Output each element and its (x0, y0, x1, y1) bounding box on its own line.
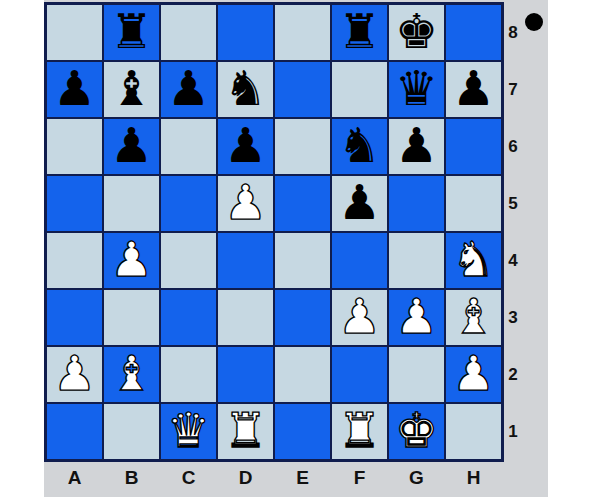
file-label-h: H (445, 464, 502, 492)
piece-black-pawn-a7[interactable]: ♟ (53, 64, 96, 112)
rank-label-6: 6 (504, 118, 522, 175)
piece-white-pawn-a2[interactable]: ♟ (53, 349, 96, 397)
rank-label-4: 4 (504, 232, 522, 289)
square-e6[interactable] (274, 118, 331, 175)
square-h2[interactable]: ♟ (445, 346, 502, 403)
file-label-c: C (160, 464, 217, 492)
square-a7[interactable]: ♟ (46, 61, 103, 118)
square-h5[interactable] (445, 175, 502, 232)
file-labels: A B C D E F G H (46, 464, 502, 492)
piece-black-pawn-d6[interactable]: ♟ (224, 121, 267, 169)
square-a8[interactable] (46, 4, 103, 61)
square-f3[interactable]: ♟ (331, 289, 388, 346)
piece-black-rook-b8[interactable]: ♜ (110, 7, 153, 55)
square-c7[interactable]: ♟ (160, 61, 217, 118)
square-g7[interactable]: ♛ (388, 61, 445, 118)
piece-white-pawn-g3[interactable]: ♟ (395, 292, 438, 340)
file-label-g: G (388, 464, 445, 492)
square-d8[interactable] (217, 4, 274, 61)
square-c4[interactable] (160, 232, 217, 289)
piece-black-pawn-g6[interactable]: ♟ (395, 121, 438, 169)
piece-black-knight-f6[interactable]: ♞ (338, 121, 381, 169)
square-a4[interactable] (46, 232, 103, 289)
square-d7[interactable]: ♞ (217, 61, 274, 118)
square-e8[interactable] (274, 4, 331, 61)
rank-label-3: 3 (504, 289, 522, 346)
square-c5[interactable] (160, 175, 217, 232)
rank-label-7: 7 (504, 61, 522, 118)
piece-white-queen-c1[interactable]: ♛ (167, 406, 210, 454)
piece-white-knight-h4[interactable]: ♞ (452, 235, 495, 283)
piece-black-pawn-h7[interactable]: ♟ (452, 64, 495, 112)
square-f2[interactable] (331, 346, 388, 403)
square-d2[interactable] (217, 346, 274, 403)
square-g2[interactable] (388, 346, 445, 403)
square-a6[interactable] (46, 118, 103, 175)
square-g8[interactable]: ♚ (388, 4, 445, 61)
file-label-b: B (103, 464, 160, 492)
rank-label-2: 2 (504, 346, 522, 403)
piece-white-rook-d1[interactable]: ♜ (224, 406, 267, 454)
file-label-e: E (274, 464, 331, 492)
square-c1[interactable]: ♛ (160, 403, 217, 460)
square-h4[interactable]: ♞ (445, 232, 502, 289)
piece-white-rook-f1[interactable]: ♜ (338, 406, 381, 454)
square-h8[interactable] (445, 4, 502, 61)
piece-black-bishop-b7[interactable]: ♝ (110, 64, 153, 112)
rank-label-8: 8 (504, 4, 522, 61)
square-c2[interactable] (160, 346, 217, 403)
square-e7[interactable] (274, 61, 331, 118)
square-d5[interactable]: ♟ (217, 175, 274, 232)
piece-black-pawn-c7[interactable]: ♟ (167, 64, 210, 112)
square-a3[interactable] (46, 289, 103, 346)
square-e5[interactable] (274, 175, 331, 232)
rank-label-5: 5 (504, 175, 522, 232)
square-h3[interactable]: ♝ (445, 289, 502, 346)
square-d6[interactable]: ♟ (217, 118, 274, 175)
black-to-move-indicator (525, 13, 543, 31)
piece-white-pawn-f3[interactable]: ♟ (338, 292, 381, 340)
square-g3[interactable]: ♟ (388, 289, 445, 346)
square-e3[interactable] (274, 289, 331, 346)
piece-white-bishop-h3[interactable]: ♝ (452, 292, 495, 340)
file-label-a: A (46, 464, 103, 492)
square-b3[interactable] (103, 289, 160, 346)
square-h6[interactable] (445, 118, 502, 175)
square-c6[interactable] (160, 118, 217, 175)
square-b1[interactable] (103, 403, 160, 460)
square-d3[interactable] (217, 289, 274, 346)
square-d4[interactable] (217, 232, 274, 289)
square-a2[interactable]: ♟ (46, 346, 103, 403)
square-c8[interactable] (160, 4, 217, 61)
square-f7[interactable] (331, 61, 388, 118)
piece-white-pawn-b4[interactable]: ♟ (110, 235, 153, 283)
square-g6[interactable]: ♟ (388, 118, 445, 175)
square-b4[interactable]: ♟ (103, 232, 160, 289)
square-g1[interactable]: ♚ (388, 403, 445, 460)
square-a5[interactable] (46, 175, 103, 232)
square-b8[interactable]: ♜ (103, 4, 160, 61)
square-b7[interactable]: ♝ (103, 61, 160, 118)
square-f8[interactable]: ♜ (331, 4, 388, 61)
chess-board: ♜♜♚♟♝♟♞♛♟♟♟♞♟♟♟♟♞♟♟♝♟♝♟♛♜♜♚ (44, 2, 504, 462)
piece-white-pawn-d5[interactable]: ♟ (224, 178, 267, 226)
square-f6[interactable]: ♞ (331, 118, 388, 175)
piece-white-bishop-b2[interactable]: ♝ (110, 349, 153, 397)
piece-white-king-g1[interactable]: ♚ (395, 406, 438, 454)
square-g4[interactable] (388, 232, 445, 289)
square-e2[interactable] (274, 346, 331, 403)
square-a1[interactable] (46, 403, 103, 460)
square-b2[interactable]: ♝ (103, 346, 160, 403)
file-label-f: F (331, 464, 388, 492)
square-d1[interactable]: ♜ (217, 403, 274, 460)
square-e1[interactable] (274, 403, 331, 460)
square-f4[interactable] (331, 232, 388, 289)
square-b5[interactable] (103, 175, 160, 232)
square-h1[interactable] (445, 403, 502, 460)
file-label-d: D (217, 464, 274, 492)
square-f5[interactable]: ♟ (331, 175, 388, 232)
square-c3[interactable] (160, 289, 217, 346)
square-g5[interactable] (388, 175, 445, 232)
square-h7[interactable]: ♟ (445, 61, 502, 118)
piece-black-knight-d7[interactable]: ♞ (224, 64, 267, 112)
square-b6[interactable]: ♟ (103, 118, 160, 175)
piece-black-rook-f8[interactable]: ♜ (338, 7, 381, 55)
square-e4[interactable] (274, 232, 331, 289)
piece-black-king-g8[interactable]: ♚ (395, 7, 438, 55)
rank-label-1: 1 (504, 403, 522, 460)
square-f1[interactable]: ♜ (331, 403, 388, 460)
diagram-panel: ♜♜♚♟♝♟♞♛♟♟♟♞♟♟♟♟♞♟♟♝♟♝♟♛♜♜♚ 8 7 6 5 4 3 … (44, 0, 548, 497)
piece-black-pawn-f5[interactable]: ♟ (338, 178, 381, 226)
piece-white-pawn-h2[interactable]: ♟ (452, 349, 495, 397)
rank-labels: 8 7 6 5 4 3 2 1 (504, 4, 522, 460)
piece-black-pawn-b6[interactable]: ♟ (110, 121, 153, 169)
piece-black-queen-g7[interactable]: ♛ (395, 64, 438, 112)
